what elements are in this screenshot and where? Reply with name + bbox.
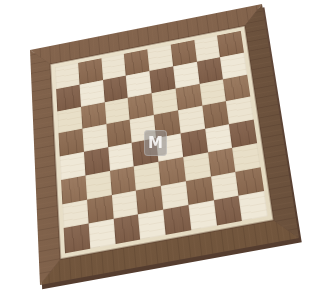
square-g1 [213, 196, 242, 226]
square-b1 [88, 219, 115, 249]
watermark-m-icon: M [148, 136, 163, 151]
product-photo-canvas: M [0, 0, 313, 300]
square-h1 [239, 191, 268, 221]
square-e1 [163, 205, 191, 235]
watermark-badge: M [144, 130, 167, 156]
square-f1 [188, 201, 216, 231]
square-c1 [113, 215, 140, 245]
square-d1 [138, 210, 165, 240]
square-a1 [64, 224, 90, 254]
